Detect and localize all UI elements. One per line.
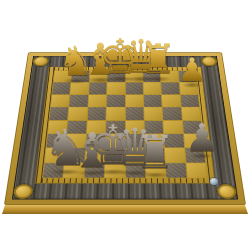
board-square — [162, 95, 180, 107]
board-square — [70, 95, 88, 107]
chess-piece-gold-pawn: ♟ — [172, 54, 213, 86]
board-front-edge — [2, 205, 248, 214]
board-square — [144, 95, 162, 107]
board-square — [125, 95, 143, 107]
board-square — [51, 95, 70, 107]
corner-medallion — [216, 184, 237, 198]
board-square — [125, 83, 142, 95]
board-square — [88, 95, 106, 107]
product-photo: ♞♝♚♛♜♟♞♝♚♛♜♟ — [0, 0, 250, 250]
corner-medallion — [13, 184, 34, 198]
board-square — [143, 83, 161, 95]
chess-piece-pewter-pawn: ♟ — [178, 119, 226, 157]
board-square — [186, 163, 207, 178]
board-square — [107, 83, 124, 95]
board-square — [107, 95, 125, 107]
maker-badge-icon — [210, 178, 218, 185]
chess-piece-pewter-rook: ♜ — [127, 130, 184, 176]
corner-medallion — [32, 56, 49, 66]
board-square — [180, 95, 199, 107]
